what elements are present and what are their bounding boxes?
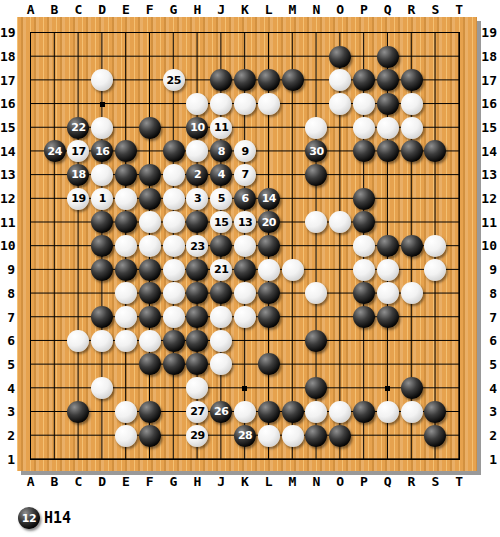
board-point-S1[interactable] — [424, 447, 448, 471]
board-point-C12[interactable]: 19 — [67, 187, 91, 211]
board-point-B8[interactable] — [43, 282, 67, 306]
board-point-L7[interactable] — [257, 305, 281, 329]
board-point-K19[interactable] — [233, 21, 257, 45]
board-point-L16[interactable] — [257, 92, 281, 116]
board-point-Q2[interactable] — [376, 424, 400, 448]
board-point-K13[interactable]: 7 — [233, 163, 257, 187]
board-point-K17[interactable] — [233, 68, 257, 92]
board-point-N15[interactable] — [305, 116, 329, 140]
board-point-O19[interactable] — [328, 21, 352, 45]
board-point-C14[interactable]: 17 — [67, 139, 91, 163]
board-point-R18[interactable] — [400, 45, 424, 69]
board-point-A11[interactable] — [19, 211, 43, 235]
board-point-S19[interactable] — [424, 21, 448, 45]
board-point-H12[interactable]: 3 — [186, 187, 210, 211]
board-point-K4[interactable] — [233, 376, 257, 400]
board-point-L6[interactable] — [257, 329, 281, 353]
board-point-N4[interactable] — [305, 376, 329, 400]
board-point-C4[interactable] — [67, 376, 91, 400]
board-point-D5[interactable] — [90, 353, 114, 377]
board-point-H6[interactable] — [186, 329, 210, 353]
board-point-C2[interactable] — [67, 424, 91, 448]
board-point-L11[interactable]: 20 — [257, 211, 281, 235]
board-point-N2[interactable] — [305, 424, 329, 448]
board-point-H17[interactable] — [186, 68, 210, 92]
board-point-J11[interactable]: 15 — [209, 211, 233, 235]
board-point-H4[interactable] — [186, 376, 210, 400]
board-point-J13[interactable]: 4 — [209, 163, 233, 187]
board-point-O9[interactable] — [328, 258, 352, 282]
board-point-G15[interactable] — [162, 116, 186, 140]
board-point-S2[interactable] — [424, 424, 448, 448]
board-point-G14[interactable] — [162, 139, 186, 163]
board-point-D19[interactable] — [90, 21, 114, 45]
board-point-Q13[interactable] — [376, 163, 400, 187]
board-point-O8[interactable] — [328, 282, 352, 306]
board-point-A19[interactable] — [19, 21, 43, 45]
board-point-S7[interactable] — [424, 305, 448, 329]
board-point-B1[interactable] — [43, 447, 67, 471]
board-point-J19[interactable] — [209, 21, 233, 45]
board-point-P19[interactable] — [352, 21, 376, 45]
board-point-C16[interactable] — [67, 92, 91, 116]
board-point-C15[interactable]: 22 — [67, 116, 91, 140]
board-point-N8[interactable] — [305, 282, 329, 306]
board-point-K6[interactable] — [233, 329, 257, 353]
board-point-P15[interactable] — [352, 116, 376, 140]
board-point-Q9[interactable] — [376, 258, 400, 282]
board-point-M13[interactable] — [281, 163, 305, 187]
board-point-E15[interactable] — [114, 116, 138, 140]
board-point-Q6[interactable] — [376, 329, 400, 353]
board-point-P16[interactable] — [352, 92, 376, 116]
board-point-G1[interactable] — [162, 447, 186, 471]
board-point-N9[interactable] — [305, 258, 329, 282]
board-point-F19[interactable] — [138, 21, 162, 45]
board-point-L14[interactable] — [257, 139, 281, 163]
board-point-B17[interactable] — [43, 68, 67, 92]
board-point-F8[interactable] — [138, 282, 162, 306]
board-point-M19[interactable] — [281, 21, 305, 45]
board-point-P8[interactable] — [352, 282, 376, 306]
board-point-N3[interactable] — [305, 400, 329, 424]
board-point-T16[interactable] — [447, 92, 471, 116]
board-point-J15[interactable]: 11 — [209, 116, 233, 140]
board-point-B9[interactable] — [43, 258, 67, 282]
board-point-D13[interactable] — [90, 163, 114, 187]
board-point-M4[interactable] — [281, 376, 305, 400]
board-point-T15[interactable] — [447, 116, 471, 140]
board-point-S9[interactable] — [424, 258, 448, 282]
board-point-B18[interactable] — [43, 45, 67, 69]
board-point-E19[interactable] — [114, 21, 138, 45]
board-point-E14[interactable] — [114, 139, 138, 163]
board-point-P17[interactable] — [352, 68, 376, 92]
board-point-J12[interactable]: 5 — [209, 187, 233, 211]
board-point-L13[interactable] — [257, 163, 281, 187]
board-point-R5[interactable] — [400, 353, 424, 377]
board-point-N16[interactable] — [305, 92, 329, 116]
board-point-M18[interactable] — [281, 45, 305, 69]
board-point-H9[interactable] — [186, 258, 210, 282]
board-point-F13[interactable] — [138, 163, 162, 187]
board-point-T13[interactable] — [447, 163, 471, 187]
board-point-J2[interactable] — [209, 424, 233, 448]
board-point-E16[interactable] — [114, 92, 138, 116]
board-point-M15[interactable] — [281, 116, 305, 140]
board-point-H11[interactable] — [186, 211, 210, 235]
board-point-R11[interactable] — [400, 211, 424, 235]
board-point-N19[interactable] — [305, 21, 329, 45]
board-point-H16[interactable] — [186, 92, 210, 116]
board-point-B14[interactable]: 24 — [43, 139, 67, 163]
board-point-T14[interactable] — [447, 139, 471, 163]
board-point-K5[interactable] — [233, 353, 257, 377]
board-point-D3[interactable] — [90, 400, 114, 424]
board-point-M17[interactable] — [281, 68, 305, 92]
board-point-R7[interactable] — [400, 305, 424, 329]
board-point-D2[interactable] — [90, 424, 114, 448]
board-point-T17[interactable] — [447, 68, 471, 92]
board-point-D6[interactable] — [90, 329, 114, 353]
board-point-L8[interactable] — [257, 282, 281, 306]
board-point-A5[interactable] — [19, 353, 43, 377]
board-point-D8[interactable] — [90, 282, 114, 306]
board-point-S6[interactable] — [424, 329, 448, 353]
board-point-J3[interactable]: 26 — [209, 400, 233, 424]
board-point-H14[interactable] — [186, 139, 210, 163]
board-point-C5[interactable] — [67, 353, 91, 377]
board-point-T19[interactable] — [447, 21, 471, 45]
board-point-E8[interactable] — [114, 282, 138, 306]
board-point-F5[interactable] — [138, 353, 162, 377]
board-point-M11[interactable] — [281, 211, 305, 235]
board-point-O13[interactable] — [328, 163, 352, 187]
board-point-N18[interactable] — [305, 45, 329, 69]
board-point-E4[interactable] — [114, 376, 138, 400]
board-point-S16[interactable] — [424, 92, 448, 116]
board-point-A14[interactable] — [19, 139, 43, 163]
board-point-G4[interactable] — [162, 376, 186, 400]
board-point-N7[interactable] — [305, 305, 329, 329]
board-point-N14[interactable]: 30 — [305, 139, 329, 163]
board-point-K14[interactable]: 9 — [233, 139, 257, 163]
board-point-M2[interactable] — [281, 424, 305, 448]
board-point-G10[interactable] — [162, 234, 186, 258]
board-point-T8[interactable] — [447, 282, 471, 306]
board-point-R1[interactable] — [400, 447, 424, 471]
board-point-J6[interactable] — [209, 329, 233, 353]
board-point-N5[interactable] — [305, 353, 329, 377]
board-point-A12[interactable] — [19, 187, 43, 211]
board-point-D16[interactable] — [90, 92, 114, 116]
board-point-E18[interactable] — [114, 45, 138, 69]
board-point-F16[interactable] — [138, 92, 162, 116]
board-point-T9[interactable] — [447, 258, 471, 282]
board-point-E13[interactable] — [114, 163, 138, 187]
board-point-G17[interactable]: 25 — [162, 68, 186, 92]
board-point-P12[interactable] — [352, 187, 376, 211]
board-point-Q14[interactable] — [376, 139, 400, 163]
board-point-E9[interactable] — [114, 258, 138, 282]
board-point-M14[interactable] — [281, 139, 305, 163]
board-point-D1[interactable] — [90, 447, 114, 471]
board-point-H7[interactable] — [186, 305, 210, 329]
board-point-O2[interactable] — [328, 424, 352, 448]
board-point-J9[interactable]: 21 — [209, 258, 233, 282]
board-point-R2[interactable] — [400, 424, 424, 448]
board-point-J1[interactable] — [209, 447, 233, 471]
board-points-grid[interactable]: 2522101124171689301824719135614151320232… — [19, 21, 471, 471]
board-point-E17[interactable] — [114, 68, 138, 92]
board-point-N1[interactable] — [305, 447, 329, 471]
board-point-E12[interactable] — [114, 187, 138, 211]
board-point-P5[interactable] — [352, 353, 376, 377]
board-point-D14[interactable]: 16 — [90, 139, 114, 163]
board-point-S10[interactable] — [424, 234, 448, 258]
board-point-D18[interactable] — [90, 45, 114, 69]
board-point-A8[interactable] — [19, 282, 43, 306]
board-point-R13[interactable] — [400, 163, 424, 187]
board-point-N12[interactable] — [305, 187, 329, 211]
board-point-E6[interactable] — [114, 329, 138, 353]
board-point-B7[interactable] — [43, 305, 67, 329]
board-point-J5[interactable] — [209, 353, 233, 377]
board-point-A10[interactable] — [19, 234, 43, 258]
board-point-S12[interactable] — [424, 187, 448, 211]
board-point-L4[interactable] — [257, 376, 281, 400]
board-point-K18[interactable] — [233, 45, 257, 69]
board-point-P18[interactable] — [352, 45, 376, 69]
board-point-O14[interactable] — [328, 139, 352, 163]
board-point-G12[interactable] — [162, 187, 186, 211]
board-point-H10[interactable]: 23 — [186, 234, 210, 258]
board-point-H3[interactable]: 27 — [186, 400, 210, 424]
board-point-O5[interactable] — [328, 353, 352, 377]
board-point-M9[interactable] — [281, 258, 305, 282]
board-point-G13[interactable] — [162, 163, 186, 187]
board-point-O4[interactable] — [328, 376, 352, 400]
board-point-J18[interactable] — [209, 45, 233, 69]
board-point-G6[interactable] — [162, 329, 186, 353]
board-point-S13[interactable] — [424, 163, 448, 187]
board-point-T7[interactable] — [447, 305, 471, 329]
board-point-O7[interactable] — [328, 305, 352, 329]
board-point-B19[interactable] — [43, 21, 67, 45]
board-point-F10[interactable] — [138, 234, 162, 258]
board-point-O1[interactable] — [328, 447, 352, 471]
board-point-D11[interactable] — [90, 211, 114, 235]
board-point-T12[interactable] — [447, 187, 471, 211]
board-point-O18[interactable] — [328, 45, 352, 69]
board-point-A15[interactable] — [19, 116, 43, 140]
board-point-D7[interactable] — [90, 305, 114, 329]
board-point-C10[interactable] — [67, 234, 91, 258]
board-point-T5[interactable] — [447, 353, 471, 377]
board-point-L10[interactable] — [257, 234, 281, 258]
board-point-C9[interactable] — [67, 258, 91, 282]
board-point-G5[interactable] — [162, 353, 186, 377]
board-point-P4[interactable] — [352, 376, 376, 400]
board-point-S11[interactable] — [424, 211, 448, 235]
board-point-Q12[interactable] — [376, 187, 400, 211]
board-point-F7[interactable] — [138, 305, 162, 329]
board-point-M1[interactable] — [281, 447, 305, 471]
board-point-O17[interactable] — [328, 68, 352, 92]
board-point-P6[interactable] — [352, 329, 376, 353]
board-point-Q4[interactable] — [376, 376, 400, 400]
board-point-K7[interactable] — [233, 305, 257, 329]
board-point-P9[interactable] — [352, 258, 376, 282]
board-point-D17[interactable] — [90, 68, 114, 92]
board-point-K10[interactable] — [233, 234, 257, 258]
board-point-K2[interactable]: 28 — [233, 424, 257, 448]
board-point-B13[interactable] — [43, 163, 67, 187]
board-point-F2[interactable] — [138, 424, 162, 448]
board-point-L19[interactable] — [257, 21, 281, 45]
board-point-F18[interactable] — [138, 45, 162, 69]
board-point-Q5[interactable] — [376, 353, 400, 377]
board-point-R19[interactable] — [400, 21, 424, 45]
board-point-E10[interactable] — [114, 234, 138, 258]
board-point-D15[interactable] — [90, 116, 114, 140]
board-point-D10[interactable] — [90, 234, 114, 258]
board-point-Q19[interactable] — [376, 21, 400, 45]
board-point-J7[interactable] — [209, 305, 233, 329]
board-point-Q10[interactable] — [376, 234, 400, 258]
board-point-A6[interactable] — [19, 329, 43, 353]
board-point-K11[interactable]: 13 — [233, 211, 257, 235]
board-point-H5[interactable] — [186, 353, 210, 377]
board-point-P1[interactable] — [352, 447, 376, 471]
board-point-E11[interactable] — [114, 211, 138, 235]
board-point-Q11[interactable] — [376, 211, 400, 235]
board-point-K12[interactable]: 6 — [233, 187, 257, 211]
board-point-A1[interactable] — [19, 447, 43, 471]
board-point-A4[interactable] — [19, 376, 43, 400]
board-point-K15[interactable] — [233, 116, 257, 140]
board-point-O3[interactable] — [328, 400, 352, 424]
board-point-C13[interactable]: 18 — [67, 163, 91, 187]
board-point-Q17[interactable] — [376, 68, 400, 92]
board-point-R14[interactable] — [400, 139, 424, 163]
board-point-D4[interactable] — [90, 376, 114, 400]
board-point-A13[interactable] — [19, 163, 43, 187]
board-point-M3[interactable] — [281, 400, 305, 424]
board-point-C6[interactable] — [67, 329, 91, 353]
board-point-Q8[interactable] — [376, 282, 400, 306]
board-point-C11[interactable] — [67, 211, 91, 235]
board-point-H15[interactable]: 10 — [186, 116, 210, 140]
board-point-F15[interactable] — [138, 116, 162, 140]
board-point-M8[interactable] — [281, 282, 305, 306]
board-point-E5[interactable] — [114, 353, 138, 377]
board-point-F12[interactable] — [138, 187, 162, 211]
board-point-F6[interactable] — [138, 329, 162, 353]
board-point-F11[interactable] — [138, 211, 162, 235]
board-point-K16[interactable] — [233, 92, 257, 116]
board-point-B4[interactable] — [43, 376, 67, 400]
board-point-S4[interactable] — [424, 376, 448, 400]
board-point-H18[interactable] — [186, 45, 210, 69]
board-point-J16[interactable] — [209, 92, 233, 116]
board-point-E2[interactable] — [114, 424, 138, 448]
board-point-Q7[interactable] — [376, 305, 400, 329]
board-point-B6[interactable] — [43, 329, 67, 353]
board-point-B3[interactable] — [43, 400, 67, 424]
board-point-K9[interactable] — [233, 258, 257, 282]
board-point-P10[interactable] — [352, 234, 376, 258]
board-point-L12[interactable]: 14 — [257, 187, 281, 211]
board-point-R17[interactable] — [400, 68, 424, 92]
board-point-R4[interactable] — [400, 376, 424, 400]
board-point-F1[interactable] — [138, 447, 162, 471]
board-point-Q3[interactable] — [376, 400, 400, 424]
board-point-D12[interactable]: 1 — [90, 187, 114, 211]
board-point-F17[interactable] — [138, 68, 162, 92]
board-point-G19[interactable] — [162, 21, 186, 45]
board-point-R10[interactable] — [400, 234, 424, 258]
board-point-H8[interactable] — [186, 282, 210, 306]
board-point-J4[interactable] — [209, 376, 233, 400]
board-point-J14[interactable]: 8 — [209, 139, 233, 163]
board-point-H1[interactable] — [186, 447, 210, 471]
board-point-B12[interactable] — [43, 187, 67, 211]
board-point-F9[interactable] — [138, 258, 162, 282]
board-point-T1[interactable] — [447, 447, 471, 471]
board-point-C7[interactable] — [67, 305, 91, 329]
board-point-E7[interactable] — [114, 305, 138, 329]
board-point-F14[interactable] — [138, 139, 162, 163]
board-point-S3[interactable] — [424, 400, 448, 424]
board-point-M12[interactable] — [281, 187, 305, 211]
board-point-C8[interactable] — [67, 282, 91, 306]
board-point-S18[interactable] — [424, 45, 448, 69]
board-point-K8[interactable] — [233, 282, 257, 306]
board-point-F4[interactable] — [138, 376, 162, 400]
board-point-M10[interactable] — [281, 234, 305, 258]
board-point-M6[interactable] — [281, 329, 305, 353]
board-point-J10[interactable] — [209, 234, 233, 258]
board-point-F3[interactable] — [138, 400, 162, 424]
board-point-P13[interactable] — [352, 163, 376, 187]
board-point-L18[interactable] — [257, 45, 281, 69]
board-point-G7[interactable] — [162, 305, 186, 329]
board-point-H13[interactable]: 2 — [186, 163, 210, 187]
board-point-G16[interactable] — [162, 92, 186, 116]
board-point-N10[interactable] — [305, 234, 329, 258]
board-point-B11[interactable] — [43, 211, 67, 235]
board-point-R12[interactable] — [400, 187, 424, 211]
board-point-T4[interactable] — [447, 376, 471, 400]
board-point-R15[interactable] — [400, 116, 424, 140]
board-point-B2[interactable] — [43, 424, 67, 448]
board-point-K1[interactable] — [233, 447, 257, 471]
board-point-N11[interactable] — [305, 211, 329, 235]
board-point-T10[interactable] — [447, 234, 471, 258]
board-point-C18[interactable] — [67, 45, 91, 69]
board-point-O12[interactable] — [328, 187, 352, 211]
board-point-L3[interactable] — [257, 400, 281, 424]
board-point-S5[interactable] — [424, 353, 448, 377]
board-point-L17[interactable] — [257, 68, 281, 92]
board-point-T3[interactable] — [447, 400, 471, 424]
board-point-J8[interactable] — [209, 282, 233, 306]
board-point-H19[interactable] — [186, 21, 210, 45]
board-point-O6[interactable] — [328, 329, 352, 353]
board-point-E3[interactable] — [114, 400, 138, 424]
board-point-C3[interactable] — [67, 400, 91, 424]
